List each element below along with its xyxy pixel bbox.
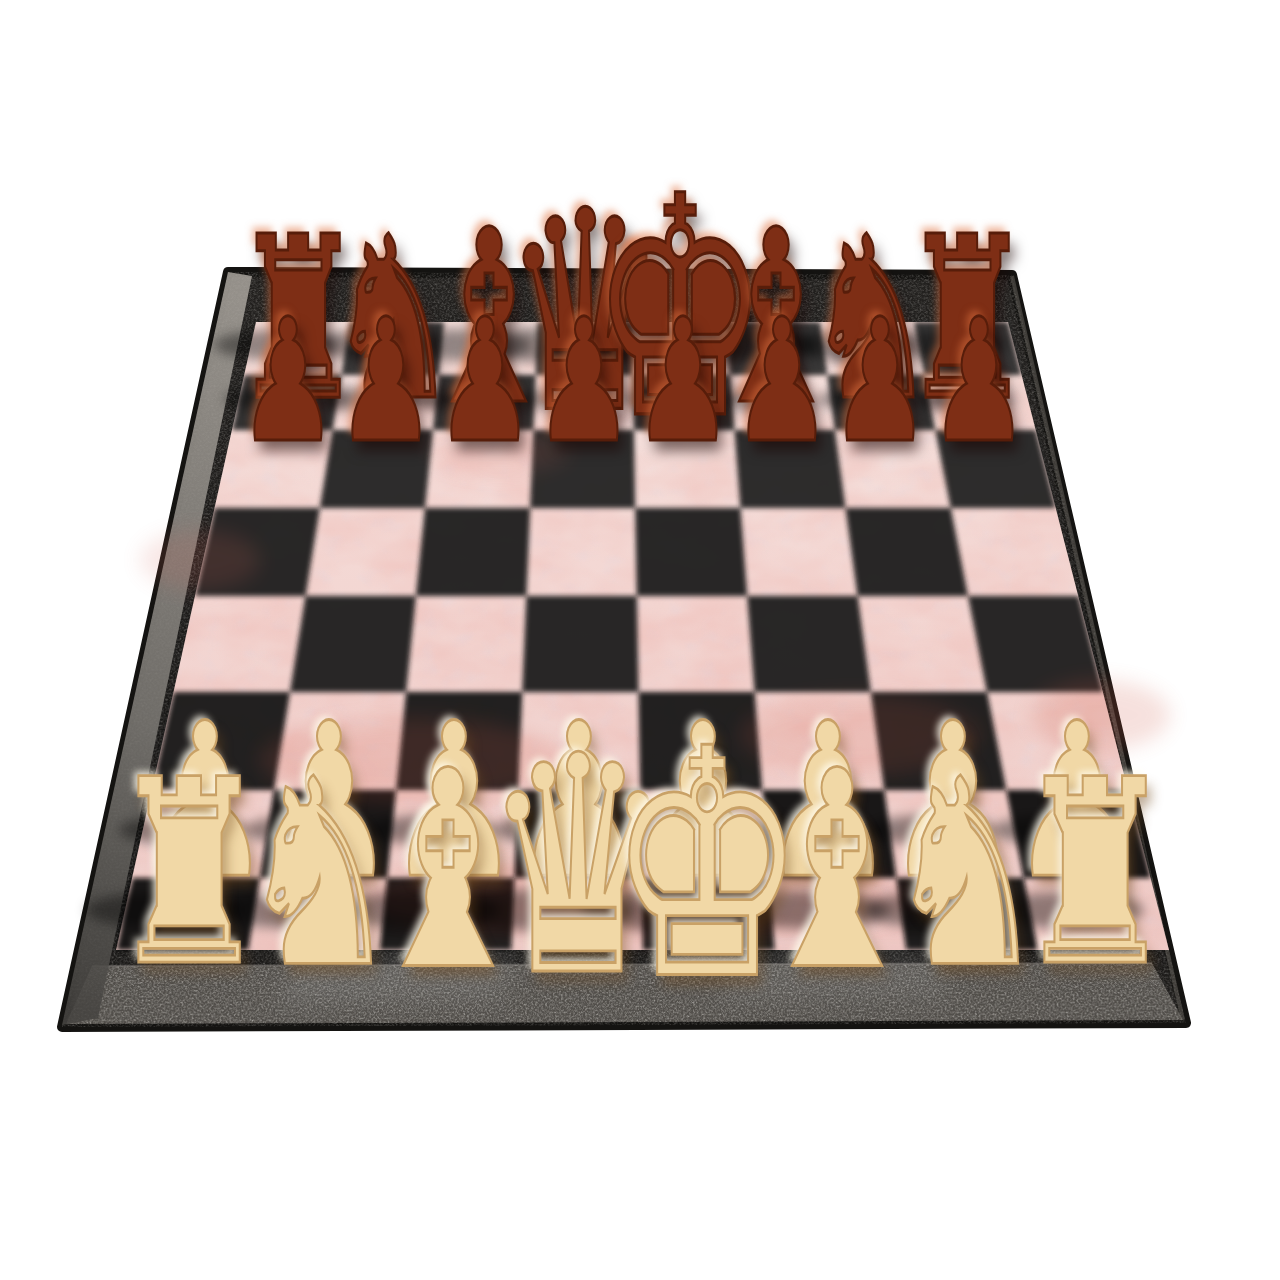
piece-black-pawn[interactable]: ♟: [830, 295, 930, 465]
piece-black-pawn[interactable]: ♟: [238, 295, 338, 465]
piece-black-pawn[interactable]: ♟: [534, 295, 634, 465]
piece-white-rook[interactable]: ♜: [1014, 747, 1175, 1003]
piece-black-pawn[interactable]: ♟: [732, 295, 832, 465]
chess-photo-scene: Carved wooden chess pieces set up in the…: [0, 0, 1280, 1280]
piece-black-pawn[interactable]: ♟: [929, 295, 1029, 465]
pieces-layer: ♜♞♝♛♚♝♞♜♟♟♟♟♟♟♟♟♟♟♟♟♟♟♟♟♜♞♝♛♚♝♞♜: [0, 0, 1280, 1280]
piece-black-pawn[interactable]: ♟: [435, 295, 535, 465]
piece-black-pawn[interactable]: ♟: [633, 295, 733, 465]
piece-black-pawn[interactable]: ♟: [336, 295, 436, 465]
